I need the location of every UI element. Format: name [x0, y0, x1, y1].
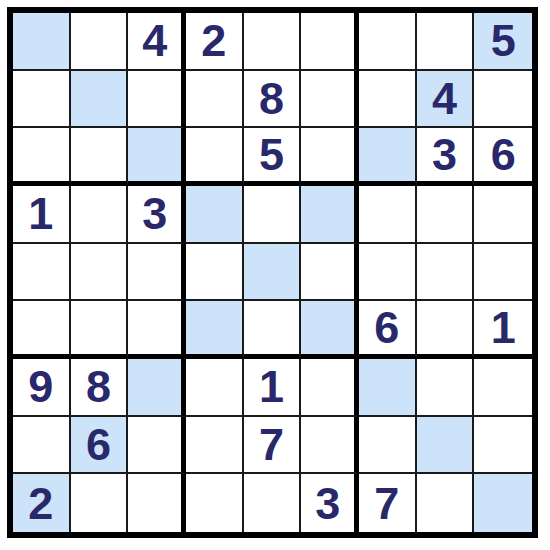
sudoku-cell-r7c6[interactable]	[301, 359, 359, 417]
sudoku-cell-r2c8: 4	[417, 71, 475, 129]
sudoku-cell-r1c9: 5	[474, 13, 532, 71]
sudoku-cell-r3c5: 5	[244, 128, 302, 186]
sudoku-cell-r1c1[interactable]	[13, 13, 71, 71]
sudoku-cell-r3c8: 3	[417, 128, 475, 186]
sudoku-cell-r5c4[interactable]	[186, 244, 244, 302]
sudoku-cell-r4c6[interactable]	[301, 186, 359, 244]
sudoku-cell-r2c4[interactable]	[186, 71, 244, 129]
sudoku-cell-r1c2[interactable]	[71, 13, 129, 71]
given-digit: 7	[374, 481, 399, 526]
sudoku-cell-r4c8[interactable]	[417, 186, 475, 244]
sudoku-page: 42584536136198167237	[0, 0, 550, 550]
sudoku-cell-r8c1[interactable]	[13, 417, 71, 475]
sudoku-cell-r2c1[interactable]	[13, 71, 71, 129]
given-digit: 6	[374, 305, 399, 350]
sudoku-cell-r8c5: 7	[244, 417, 302, 475]
sudoku-cell-r2c3[interactable]	[128, 71, 186, 129]
sudoku-cell-r9c7: 7	[359, 474, 417, 532]
sudoku-cell-r6c9: 1	[474, 301, 532, 359]
given-digit: 5	[259, 132, 284, 177]
sudoku-cell-r4c4[interactable]	[186, 186, 244, 244]
sudoku-cell-r4c1: 1	[13, 186, 71, 244]
sudoku-cell-r7c1: 9	[13, 359, 71, 417]
given-digit: 5	[491, 18, 516, 63]
sudoku-cell-r7c9[interactable]	[474, 359, 532, 417]
sudoku-cell-r5c9[interactable]	[474, 244, 532, 302]
sudoku-cell-r9c3[interactable]	[128, 474, 186, 532]
sudoku-cell-r2c5: 8	[244, 71, 302, 129]
given-digit: 6	[86, 422, 111, 467]
sudoku-cell-r7c3[interactable]	[128, 359, 186, 417]
sudoku-cell-r7c7[interactable]	[359, 359, 417, 417]
sudoku-cell-r9c5[interactable]	[244, 474, 302, 532]
sudoku-cell-r1c8[interactable]	[417, 13, 475, 71]
sudoku-cell-r9c4[interactable]	[186, 474, 244, 532]
sudoku-cell-r1c5[interactable]	[244, 13, 302, 71]
sudoku-cell-r6c3[interactable]	[128, 301, 186, 359]
sudoku-cell-r3c6[interactable]	[301, 128, 359, 186]
sudoku-cell-r8c4[interactable]	[186, 417, 244, 475]
given-digit: 8	[86, 364, 111, 409]
sudoku-cell-r5c6[interactable]	[301, 244, 359, 302]
given-digit: 8	[259, 76, 284, 121]
given-digit: 3	[142, 191, 167, 236]
sudoku-cell-r6c5[interactable]	[244, 301, 302, 359]
sudoku-cell-r3c4[interactable]	[186, 128, 244, 186]
sudoku-cell-r4c9[interactable]	[474, 186, 532, 244]
sudoku-cell-r1c7[interactable]	[359, 13, 417, 71]
given-digit: 1	[259, 364, 284, 409]
given-digit: 6	[491, 132, 516, 177]
sudoku-cell-r2c6[interactable]	[301, 71, 359, 129]
sudoku-cell-r5c5[interactable]	[244, 244, 302, 302]
sudoku-cell-r9c1: 2	[13, 474, 71, 532]
sudoku-cell-r5c3[interactable]	[128, 244, 186, 302]
sudoku-cell-r9c8[interactable]	[417, 474, 475, 532]
sudoku-cell-r8c7[interactable]	[359, 417, 417, 475]
given-digit: 1	[28, 191, 53, 236]
sudoku-cell-r7c4[interactable]	[186, 359, 244, 417]
sudoku-cell-r5c2[interactable]	[71, 244, 129, 302]
sudoku-cell-r4c5[interactable]	[244, 186, 302, 244]
sudoku-cell-r2c7[interactable]	[359, 71, 417, 129]
sudoku-cell-r3c9: 6	[474, 128, 532, 186]
given-digit: 7	[259, 422, 284, 467]
sudoku-cell-r6c8[interactable]	[417, 301, 475, 359]
sudoku-cell-r4c3: 3	[128, 186, 186, 244]
sudoku-cell-r3c2[interactable]	[71, 128, 129, 186]
sudoku-cell-r6c1[interactable]	[13, 301, 71, 359]
given-digit: 3	[315, 481, 340, 526]
given-digit: 1	[491, 305, 516, 350]
sudoku-cell-r8c9[interactable]	[474, 417, 532, 475]
given-digit: 3	[432, 132, 457, 177]
sudoku-cell-r7c8[interactable]	[417, 359, 475, 417]
sudoku-cell-r9c6: 3	[301, 474, 359, 532]
sudoku-cell-r6c7: 6	[359, 301, 417, 359]
given-digit: 2	[28, 481, 53, 526]
sudoku-cell-r6c2[interactable]	[71, 301, 129, 359]
sudoku-cell-r4c2[interactable]	[71, 186, 129, 244]
given-digit: 4	[432, 76, 457, 121]
sudoku-cell-r5c7[interactable]	[359, 244, 417, 302]
sudoku-cell-r3c1[interactable]	[13, 128, 71, 186]
sudoku-cell-r2c9[interactable]	[474, 71, 532, 129]
sudoku-cell-r7c5: 1	[244, 359, 302, 417]
sudoku-cell-r6c6[interactable]	[301, 301, 359, 359]
sudoku-cell-r3c7[interactable]	[359, 128, 417, 186]
sudoku-cell-r8c6[interactable]	[301, 417, 359, 475]
sudoku-cell-r9c9[interactable]	[474, 474, 532, 532]
sudoku-cell-r5c1[interactable]	[13, 244, 71, 302]
sudoku-cell-r1c6[interactable]	[301, 13, 359, 71]
sudoku-cell-r8c8[interactable]	[417, 417, 475, 475]
sudoku-cell-r9c2[interactable]	[71, 474, 129, 532]
sudoku-cell-r4c7[interactable]	[359, 186, 417, 244]
sudoku-board: 42584536136198167237	[7, 7, 538, 538]
given-digit: 4	[142, 18, 167, 63]
given-digit: 9	[28, 364, 53, 409]
sudoku-cell-r5c8[interactable]	[417, 244, 475, 302]
sudoku-cell-r3c3[interactable]	[128, 128, 186, 186]
sudoku-cell-r8c3[interactable]	[128, 417, 186, 475]
sudoku-cell-r1c4: 2	[186, 13, 244, 71]
sudoku-cell-r1c3: 4	[128, 13, 186, 71]
sudoku-cell-r6c4[interactable]	[186, 301, 244, 359]
sudoku-cell-r8c2: 6	[71, 417, 129, 475]
sudoku-cell-r2c2[interactable]	[71, 71, 129, 129]
given-digit: 2	[201, 18, 226, 63]
sudoku-cell-r7c2: 8	[71, 359, 129, 417]
